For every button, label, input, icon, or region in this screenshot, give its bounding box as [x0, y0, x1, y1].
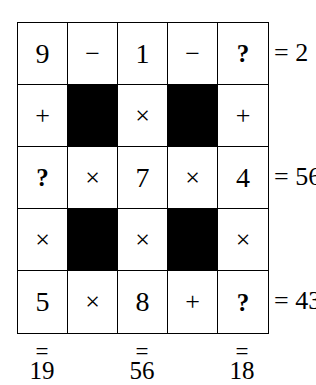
column-total: 56: [117, 361, 167, 380]
column-total: 19: [17, 361, 67, 380]
cell-r4-c1: ×: [18, 209, 68, 271]
cell-r1-c1: 9: [18, 23, 68, 85]
cell-r3-c3: 7: [118, 147, 168, 209]
cell-r2-c5: +: [218, 85, 268, 147]
cell-r4-c5: ×: [218, 209, 268, 271]
row-result-3: = 56: [274, 164, 316, 190]
column-total: 18: [217, 361, 267, 380]
cell-r5-c1: 5: [18, 271, 68, 333]
cell-r1-c2: −: [68, 23, 118, 85]
block-cell-r4-c2: [68, 209, 118, 271]
cell-r3-c2: ×: [68, 147, 118, 209]
cell-r3-c1[interactable]: ?: [18, 147, 68, 209]
cell-r4-c3: ×: [118, 209, 168, 271]
cell-r3-c4: ×: [168, 147, 218, 209]
cell-r5-c5[interactable]: ?: [218, 271, 268, 333]
cell-r3-c5: 4: [218, 147, 268, 209]
cell-r1-c3: 1: [118, 23, 168, 85]
block-cell-r2-c4: [168, 85, 218, 147]
column-result-1: =19: [17, 342, 67, 380]
block-cell-r2-c2: [68, 85, 118, 147]
row-result-5: = 43: [274, 288, 316, 314]
column-result-3: =56: [117, 342, 167, 380]
block-cell-r4-c4: [168, 209, 218, 271]
row-result-1: = 2: [274, 40, 308, 66]
column-result-5: =18: [217, 342, 267, 380]
puzzle-grid: 9−1−?+×+?×7×4×××5×8+?: [17, 22, 269, 334]
cell-r5-c2: ×: [68, 271, 118, 333]
cell-r2-c1: +: [18, 85, 68, 147]
cell-r2-c3: ×: [118, 85, 168, 147]
cell-r5-c4: +: [168, 271, 218, 333]
puzzle-canvas: 9−1−?+×+?×7×4×××5×8+? = 2= 56= 43 =19=56…: [0, 0, 316, 385]
cell-r5-c3: 8: [118, 271, 168, 333]
cell-r1-c5[interactable]: ?: [218, 23, 268, 85]
cell-r1-c4: −: [168, 23, 218, 85]
